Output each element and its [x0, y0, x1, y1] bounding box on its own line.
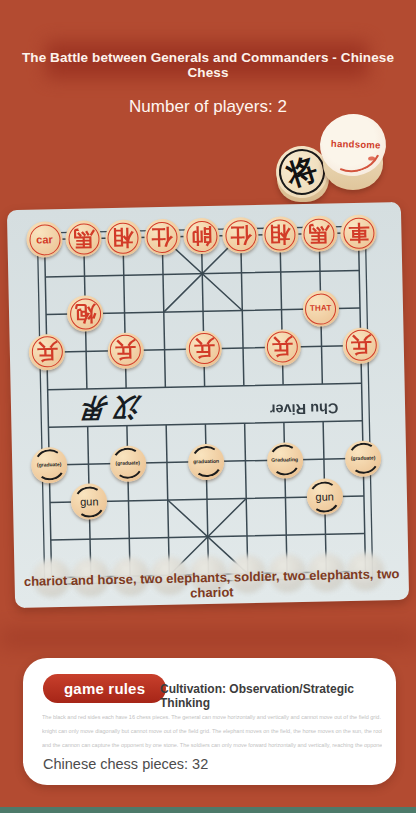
rules-line-1: The black and red sides each have 16 che…	[42, 710, 382, 724]
pieces-count: Chinese chess pieces: 32	[43, 756, 208, 772]
piece-glyph: (graduate)	[351, 456, 376, 462]
piece-glyph: gun	[315, 491, 334, 502]
river-calligraphy: 汉界	[68, 389, 151, 426]
piece-glyph: graduation	[193, 459, 219, 465]
piece-glyph: 兵	[272, 337, 293, 358]
board-piece-black[interactable]: (graduate)	[109, 445, 146, 482]
piece-glyph: 炮	[75, 303, 96, 324]
rules-line-3: and the cannon can capture the opponent …	[42, 738, 382, 752]
piece-glyph: 兵	[350, 335, 371, 356]
board-piece-red[interactable]: 兵	[107, 332, 144, 369]
piece-glyph: 兵	[36, 341, 57, 362]
rules-line-2: knight can only move diagonally but cann…	[42, 724, 382, 738]
handsome-label: handsome	[331, 138, 381, 151]
rules-card: game rules Cultivation: Observation/Stra…	[23, 658, 396, 785]
board-piece-black[interactable]: (graduate)	[31, 447, 68, 484]
rules-text: The black and red sides each have 16 che…	[42, 710, 382, 752]
board-piece-black[interactable]: Graduating	[266, 442, 303, 479]
piece-glyph: 馬	[308, 223, 329, 244]
background-smudge	[0, 630, 416, 646]
river-label: Chu River	[249, 400, 359, 418]
board-piece-black[interactable]: (graduate)	[345, 440, 382, 477]
piece-glyph: Graduating	[271, 457, 298, 463]
board-piece-black[interactable]: graduation	[188, 443, 225, 480]
board-piece-red[interactable]: 相	[105, 219, 142, 256]
piece-glyph: gun	[80, 496, 99, 507]
board-piece-red[interactable]: 兵	[342, 327, 379, 364]
hero-handsome-piece: handsome	[320, 114, 386, 196]
footer-bar	[0, 807, 416, 813]
piece-glyph: (graduate)	[37, 462, 62, 468]
piece-glyph: car	[36, 234, 53, 245]
piece-glyph: 仕	[230, 225, 251, 246]
piece-glyph: 馬	[73, 228, 94, 249]
xiangqi-board: 汉界 Chu River car馬相仕帥仕相馬車炮THAT兵兵兵兵兵(gradu…	[7, 202, 409, 608]
page-title: The Battle between Generals and Commande…	[0, 50, 416, 80]
piece-glyph: 車	[348, 222, 369, 243]
board-piece-red[interactable]: 馬	[301, 215, 338, 252]
piece-glyph: 仕	[152, 226, 173, 247]
board-piece-red[interactable]: 兵	[264, 329, 301, 366]
game-rules-button[interactable]: game rules	[43, 674, 166, 703]
board-piece-red[interactable]: 仕	[144, 219, 181, 256]
board-piece-red[interactable]: 兵	[185, 330, 222, 367]
piece-glyph: 兵	[115, 340, 136, 361]
piece-glyph: (graduate)	[115, 461, 140, 467]
piece-glyph: THAT	[310, 305, 332, 313]
piece-glyph: 兵	[193, 338, 214, 359]
cultivation-text: Cultivation: Observation/Strategic Think…	[160, 682, 390, 710]
piece-glyph: 相	[112, 227, 133, 248]
piece-glyph: 帥	[191, 225, 212, 246]
board-piece-red[interactable]: 相	[262, 216, 299, 253]
product-page: The Battle between Generals and Commande…	[0, 0, 416, 813]
piece-glyph: 相	[269, 224, 290, 245]
